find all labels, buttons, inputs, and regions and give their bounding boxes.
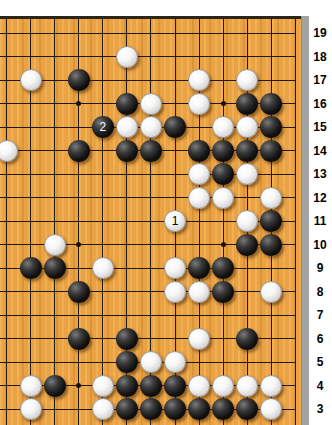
black-stone-R6[interactable] <box>236 328 258 350</box>
grid-hline-18 <box>0 56 296 57</box>
white-stone-J10[interactable] <box>44 234 66 256</box>
go-board-viewer: GHJKLMNOPQRST191817161514131211109876543… <box>0 0 332 425</box>
grid-hline-12 <box>0 197 296 198</box>
white-stone-N5[interactable] <box>140 351 162 373</box>
star-point-Q16 <box>221 101 226 106</box>
black-stone-K8[interactable] <box>68 281 90 303</box>
black-stone-Q8[interactable] <box>212 281 234 303</box>
black-stone-H9[interactable] <box>20 257 42 279</box>
white-stone-Q12[interactable] <box>212 187 234 209</box>
white-stone-S8[interactable] <box>260 281 282 303</box>
white-stone-P17[interactable] <box>188 69 210 91</box>
black-stone-P14[interactable] <box>188 140 210 162</box>
white-stone-H17[interactable] <box>20 69 42 91</box>
grid-hline-19 <box>0 33 296 34</box>
black-stone-N4[interactable] <box>140 375 162 397</box>
black-stone-K17[interactable] <box>68 69 90 91</box>
white-stone-O9[interactable] <box>164 257 186 279</box>
white-stone-H3[interactable] <box>20 398 42 420</box>
black-stone-M14[interactable] <box>116 140 138 162</box>
row-label-17: 17 <box>309 72 331 88</box>
row-label-10: 10 <box>309 237 331 253</box>
white-stone-P4[interactable] <box>188 375 210 397</box>
white-stone-L3[interactable] <box>92 398 114 420</box>
row-label-7: 7 <box>309 307 331 323</box>
row-label-11: 11 <box>309 213 331 229</box>
white-stone-R4[interactable] <box>236 375 258 397</box>
row-label-12: 12 <box>309 190 331 206</box>
row-label-15: 15 <box>309 119 331 135</box>
row-label-8: 8 <box>309 284 331 300</box>
move-number-1: 1 <box>172 215 179 227</box>
black-stone-M5[interactable] <box>116 351 138 373</box>
black-stone-O15[interactable] <box>164 116 186 138</box>
black-stone-J9[interactable] <box>44 257 66 279</box>
black-stone-R16[interactable] <box>236 93 258 115</box>
grid-hline-7 <box>0 315 296 316</box>
black-stone-M16[interactable] <box>116 93 138 115</box>
white-stone-O5[interactable] <box>164 351 186 373</box>
white-stone-S4[interactable] <box>260 375 282 397</box>
white-stone-N16[interactable] <box>140 93 162 115</box>
white-stone-P6[interactable] <box>188 328 210 350</box>
black-stone-K6[interactable] <box>68 328 90 350</box>
black-stone-M3[interactable] <box>116 398 138 420</box>
row-label-13: 13 <box>309 166 331 182</box>
grid-hline-8 <box>0 291 296 292</box>
white-stone-P13[interactable] <box>188 163 210 185</box>
black-stone-J4[interactable] <box>44 375 66 397</box>
row-label-5: 5 <box>309 354 331 370</box>
row-label-18: 18 <box>309 49 331 65</box>
black-stone-M4[interactable] <box>116 375 138 397</box>
black-stone-M6[interactable] <box>116 328 138 350</box>
black-stone-N14[interactable] <box>140 140 162 162</box>
black-stone-K14[interactable] <box>68 140 90 162</box>
black-stone-S16[interactable] <box>260 93 282 115</box>
column-coordinate-strip <box>0 0 332 16</box>
black-stone-P3[interactable] <box>188 398 210 420</box>
black-stone-Q14[interactable] <box>212 140 234 162</box>
black-stone-R14[interactable] <box>236 140 258 162</box>
white-stone-Q4[interactable] <box>212 375 234 397</box>
black-stone-O3[interactable] <box>164 398 186 420</box>
black-stone-O4[interactable] <box>164 375 186 397</box>
row-label-19: 19 <box>309 25 331 41</box>
white-stone-S12[interactable] <box>260 187 282 209</box>
row-label-3: 3 <box>309 401 331 417</box>
black-stone-R10[interactable] <box>236 234 258 256</box>
row-label-16: 16 <box>309 96 331 112</box>
row-label-9: 9 <box>309 260 331 276</box>
row-label-14: 14 <box>309 143 331 159</box>
white-stone-L9[interactable] <box>92 257 114 279</box>
black-stone-S10[interactable] <box>260 234 282 256</box>
white-stone-P16[interactable] <box>188 93 210 115</box>
white-stone-H4[interactable] <box>20 375 42 397</box>
white-stone-P12[interactable] <box>188 187 210 209</box>
white-stone-O8[interactable] <box>164 281 186 303</box>
white-stone-N15[interactable] <box>140 116 162 138</box>
white-stone-M18[interactable] <box>116 46 138 68</box>
move-number-2: 2 <box>99 121 106 133</box>
white-stone-P8[interactable] <box>188 281 210 303</box>
black-stone-L15[interactable]: 2 <box>92 116 114 138</box>
black-stone-N3[interactable] <box>140 398 162 420</box>
row-label-4: 4 <box>309 378 331 394</box>
white-stone-L4[interactable] <box>92 375 114 397</box>
black-stone-P9[interactable] <box>188 257 210 279</box>
white-stone-M15[interactable] <box>116 116 138 138</box>
white-stone-O11[interactable]: 1 <box>164 210 186 232</box>
row-label-6: 6 <box>309 331 331 347</box>
board-edge-divider <box>301 16 309 425</box>
black-stone-S14[interactable] <box>260 140 282 162</box>
white-stone-G14[interactable] <box>0 140 18 162</box>
star-point-Q10 <box>221 242 226 247</box>
